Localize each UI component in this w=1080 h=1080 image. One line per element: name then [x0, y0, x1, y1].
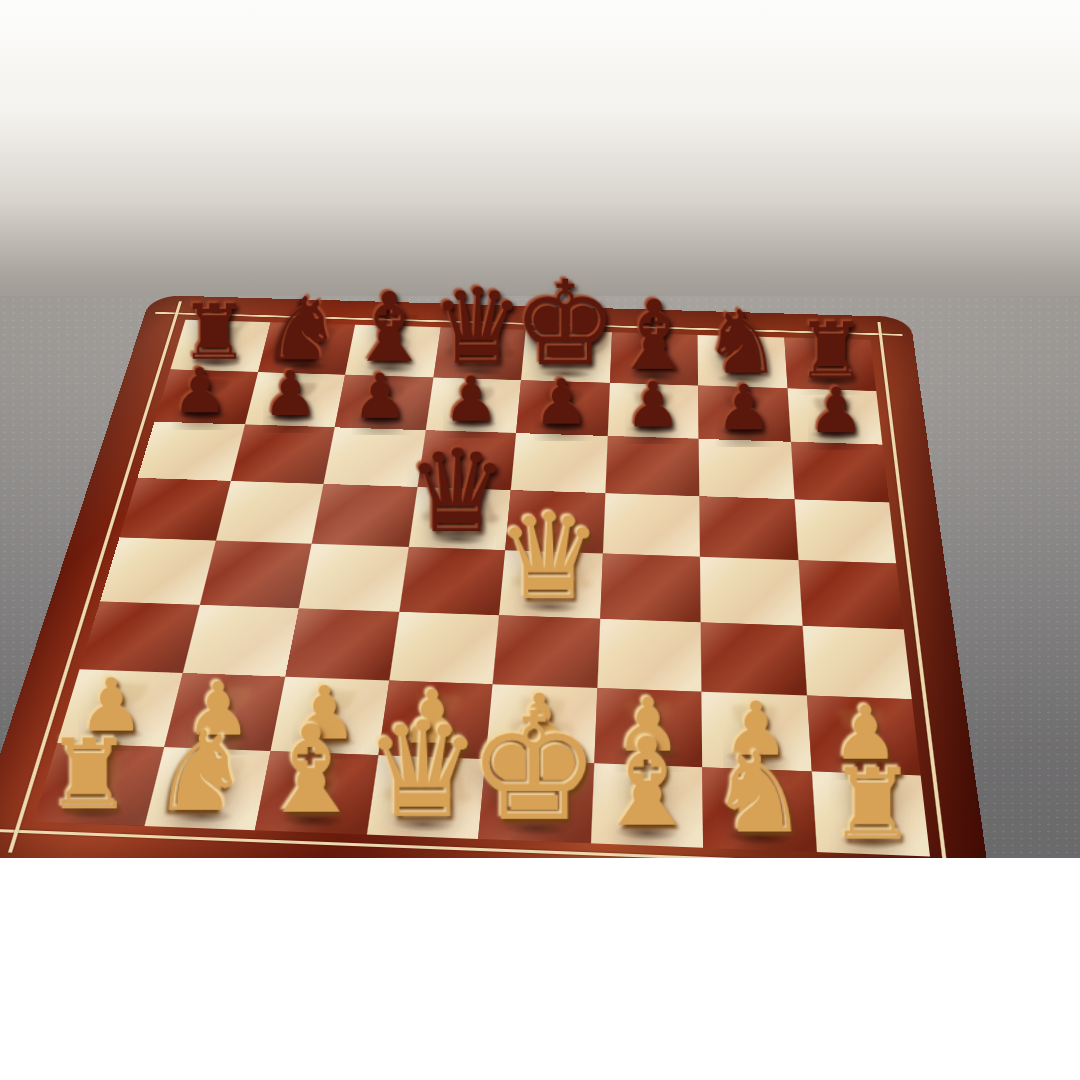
square-b4[interactable] — [199, 540, 311, 607]
square-d4[interactable] — [399, 547, 505, 615]
piece-black-pawn-b7[interactable]: ♟︎ — [262, 365, 318, 422]
piece-black-pawn-h7[interactable]: ♟︎ — [808, 382, 864, 440]
square-b1[interactable]: ♞︎♞︎ — [144, 747, 271, 831]
piece-black-pawn-e7[interactable]: ♟︎ — [534, 374, 590, 431]
square-a1[interactable]: ♜︎♜︎ — [33, 743, 163, 826]
square-c5[interactable] — [312, 484, 417, 547]
square-c7[interactable]: ♟︎♟︎ — [335, 374, 433, 430]
square-e7[interactable]: ♟︎♟︎ — [516, 380, 609, 436]
square-e4[interactable]: ♛︎♛︎ — [499, 550, 602, 618]
square-g7[interactable]: ♟︎♟︎ — [698, 385, 790, 441]
piece-white-king-e1[interactable]: ♚︎ — [468, 699, 601, 836]
square-a5[interactable] — [120, 478, 231, 541]
piece-black-pawn-d7[interactable]: ♟︎ — [443, 371, 499, 428]
piece-white-knight-b1[interactable]: ♞︎ — [151, 721, 250, 823]
piece-white-queen-d1[interactable]: ♛︎ — [363, 710, 482, 832]
chess-board-grid: ♜︎♜︎♞︎♞︎♝︎♝︎♛︎♛︎♚︎♚︎♝︎♝︎♞︎♞︎♜︎♜︎♟︎♟︎♟︎♟︎… — [33, 320, 930, 857]
square-f1[interactable]: ♝︎♝︎ — [590, 763, 703, 848]
piece-black-queen-d5[interactable]: ♛︎ — [406, 439, 509, 545]
piece-black-pawn-c7[interactable]: ♟︎ — [353, 368, 409, 425]
square-f4[interactable] — [600, 553, 701, 621]
square-e6[interactable] — [511, 433, 607, 493]
square-g5[interactable] — [699, 496, 798, 560]
square-h5[interactable] — [794, 499, 896, 563]
piece-white-bishop-c1[interactable]: ♝︎ — [257, 716, 366, 828]
piece-white-queen-e4[interactable]: ♛︎ — [496, 503, 603, 612]
square-e1[interactable]: ♚︎♚︎ — [478, 759, 594, 844]
square-c1[interactable]: ♝︎♝︎ — [255, 751, 378, 835]
piece-white-rook-a1[interactable]: ♜︎ — [46, 729, 133, 819]
square-h6[interactable] — [790, 442, 889, 502]
square-a7[interactable]: ♟︎♟︎ — [155, 369, 258, 424]
square-b5[interactable] — [215, 481, 323, 544]
piece-black-queen-d8[interactable]: ♛︎ — [431, 279, 525, 375]
square-f7[interactable]: ♟︎♟︎ — [607, 383, 698, 439]
square-g4[interactable] — [700, 557, 802, 626]
square-f5[interactable] — [602, 493, 700, 557]
bottom-white-band — [0, 858, 1080, 1080]
piece-white-rook-h1[interactable]: ♜︎ — [828, 758, 917, 849]
square-b6[interactable] — [230, 424, 334, 483]
square-g1[interactable]: ♞︎♞︎ — [702, 767, 816, 852]
square-h1[interactable]: ♜︎♜︎ — [811, 771, 930, 857]
piece-black-king-e8[interactable]: ♚︎ — [513, 271, 618, 379]
chess-board: ♜︎♜︎♞︎♞︎♝︎♝︎♛︎♛︎♚︎♚︎♝︎♝︎♞︎♞︎♜︎♜︎♟︎♟︎♟︎♟︎… — [0, 295, 993, 902]
square-h7[interactable]: ♟︎♟︎ — [787, 388, 882, 445]
board-frame: ♜︎♜︎♞︎♞︎♝︎♝︎♛︎♛︎♚︎♚︎♝︎♝︎♞︎♞︎♜︎♜︎♟︎♟︎♟︎♟︎… — [0, 295, 993, 902]
piece-white-bishop-f1[interactable]: ♝︎ — [592, 728, 702, 841]
piece-black-pawn-a7[interactable]: ♟︎ — [173, 363, 229, 420]
square-a4[interactable] — [100, 537, 215, 604]
square-h4[interactable] — [798, 560, 904, 629]
photo-stage: ♜︎♜︎♞︎♞︎♝︎♝︎♛︎♛︎♚︎♚︎♝︎♝︎♞︎♞︎♜︎♜︎♟︎♟︎♟︎♟︎… — [0, 0, 1080, 1080]
square-c4[interactable] — [299, 544, 408, 612]
square-b7[interactable]: ♟︎♟︎ — [244, 372, 345, 428]
square-g6[interactable] — [699, 439, 794, 499]
piece-white-knight-g1[interactable]: ♞︎ — [709, 742, 809, 845]
piece-black-pawn-g7[interactable]: ♟︎ — [716, 379, 772, 437]
square-h3[interactable] — [802, 625, 912, 699]
piece-black-pawn-f7[interactable]: ♟︎ — [625, 377, 681, 435]
square-f6[interactable] — [605, 436, 699, 496]
square-a6[interactable] — [138, 422, 245, 481]
